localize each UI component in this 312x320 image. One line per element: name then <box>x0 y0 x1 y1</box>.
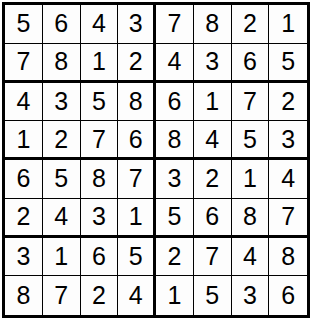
cell-r8c1[interactable]: 8 <box>5 276 43 315</box>
cell-r2c2[interactable]: 8 <box>43 44 81 83</box>
cell-r5c1[interactable]: 6 <box>5 160 43 199</box>
cell-r5c5[interactable]: 3 <box>156 160 194 199</box>
sudoku-board: 5643782178124365435861721276845365873214… <box>2 2 310 318</box>
cell-r5c8[interactable]: 4 <box>269 160 307 199</box>
cell-r4c1[interactable]: 1 <box>5 121 43 160</box>
cell-r2c1[interactable]: 7 <box>5 44 43 83</box>
cell-r8c4[interactable]: 4 <box>118 276 156 315</box>
cell-r3c8[interactable]: 2 <box>269 83 307 122</box>
cell-r8c8[interactable]: 6 <box>269 276 307 315</box>
cell-r5c7[interactable]: 1 <box>232 160 270 199</box>
cell-r7c8[interactable]: 8 <box>269 238 307 277</box>
cell-r1c8[interactable]: 1 <box>269 5 307 44</box>
cell-r3c1[interactable]: 4 <box>5 83 43 122</box>
cell-r5c4[interactable]: 7 <box>118 160 156 199</box>
cell-r1c5[interactable]: 7 <box>156 5 194 44</box>
cell-r2c7[interactable]: 6 <box>232 44 270 83</box>
cell-r2c8[interactable]: 5 <box>269 44 307 83</box>
cell-r7c5[interactable]: 2 <box>156 238 194 277</box>
cell-r1c4[interactable]: 3 <box>118 5 156 44</box>
cell-r4c6[interactable]: 4 <box>194 121 232 160</box>
cell-r2c3[interactable]: 1 <box>81 44 119 83</box>
cell-r1c1[interactable]: 5 <box>5 5 43 44</box>
cell-r8c2[interactable]: 7 <box>43 276 81 315</box>
cell-r4c5[interactable]: 8 <box>156 121 194 160</box>
cell-r6c6[interactable]: 6 <box>194 199 232 238</box>
cell-r4c8[interactable]: 3 <box>269 121 307 160</box>
cell-r7c6[interactable]: 7 <box>194 238 232 277</box>
cell-r2c4[interactable]: 2 <box>118 44 156 83</box>
cell-r8c3[interactable]: 2 <box>81 276 119 315</box>
cell-r7c7[interactable]: 4 <box>232 238 270 277</box>
cell-r7c1[interactable]: 3 <box>5 238 43 277</box>
cell-r3c5[interactable]: 6 <box>156 83 194 122</box>
cell-r4c7[interactable]: 5 <box>232 121 270 160</box>
cell-r7c4[interactable]: 5 <box>118 238 156 277</box>
cell-r7c2[interactable]: 1 <box>43 238 81 277</box>
cell-r8c7[interactable]: 3 <box>232 276 270 315</box>
cell-r4c3[interactable]: 7 <box>81 121 119 160</box>
cell-r6c7[interactable]: 8 <box>232 199 270 238</box>
cell-r5c3[interactable]: 8 <box>81 160 119 199</box>
cell-r6c3[interactable]: 3 <box>81 199 119 238</box>
cell-r3c3[interactable]: 5 <box>81 83 119 122</box>
cell-r1c7[interactable]: 2 <box>232 5 270 44</box>
cell-r7c3[interactable]: 6 <box>81 238 119 277</box>
cell-r3c2[interactable]: 3 <box>43 83 81 122</box>
cell-r6c1[interactable]: 2 <box>5 199 43 238</box>
cell-r3c7[interactable]: 7 <box>232 83 270 122</box>
cell-r4c2[interactable]: 2 <box>43 121 81 160</box>
cell-r8c5[interactable]: 1 <box>156 276 194 315</box>
cell-r1c3[interactable]: 4 <box>81 5 119 44</box>
cell-r2c6[interactable]: 3 <box>194 44 232 83</box>
cell-r6c2[interactable]: 4 <box>43 199 81 238</box>
cell-r5c2[interactable]: 5 <box>43 160 81 199</box>
cell-r1c2[interactable]: 6 <box>43 5 81 44</box>
cell-r3c4[interactable]: 8 <box>118 83 156 122</box>
cell-r6c8[interactable]: 7 <box>269 199 307 238</box>
cell-r6c4[interactable]: 1 <box>118 199 156 238</box>
cell-r6c5[interactable]: 5 <box>156 199 194 238</box>
cell-r8c6[interactable]: 5 <box>194 276 232 315</box>
cell-r5c6[interactable]: 2 <box>194 160 232 199</box>
cell-r2c5[interactable]: 4 <box>156 44 194 83</box>
cell-r4c4[interactable]: 6 <box>118 121 156 160</box>
cell-r3c6[interactable]: 1 <box>194 83 232 122</box>
cell-r1c6[interactable]: 8 <box>194 5 232 44</box>
